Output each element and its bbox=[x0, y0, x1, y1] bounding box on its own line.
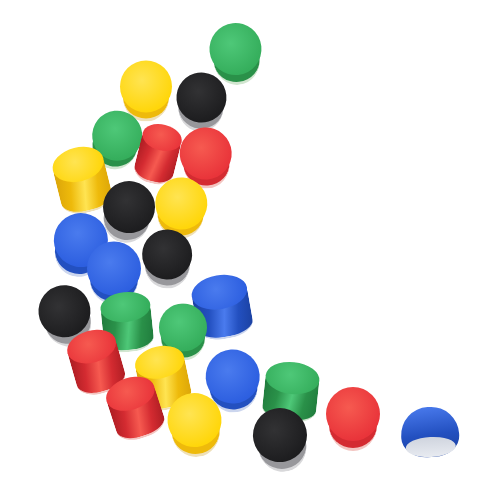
token-top-face bbox=[326, 387, 380, 441]
token-black-3 bbox=[141, 229, 193, 290]
token-top-face bbox=[87, 242, 141, 296]
token-black-1 bbox=[173, 70, 229, 134]
token-yellow-5 bbox=[165, 390, 225, 459]
token-red-5 bbox=[326, 387, 380, 451]
wooden-tokens-product-photo bbox=[0, 0, 500, 500]
token-top-face bbox=[120, 61, 172, 113]
token-blue-5 bbox=[400, 406, 461, 459]
